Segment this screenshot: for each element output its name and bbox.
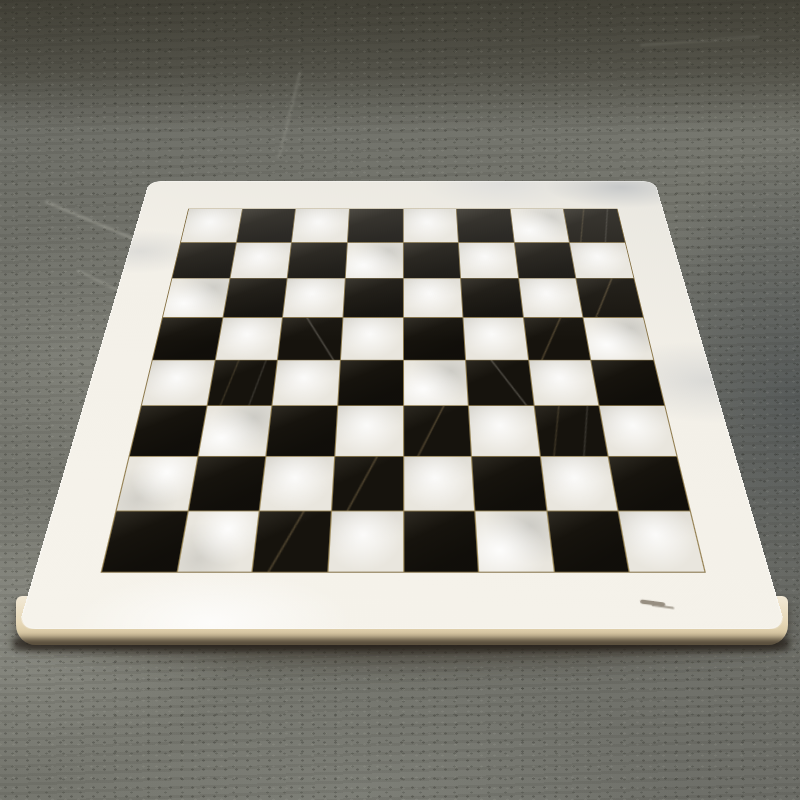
square-g7[interactable]	[515, 243, 576, 278]
square-b6[interactable]	[223, 279, 287, 317]
square-e7[interactable]	[403, 243, 460, 278]
chess-board	[18, 181, 787, 629]
square-a1[interactable]	[102, 512, 187, 572]
square-h1[interactable]	[619, 512, 704, 572]
square-c3[interactable]	[267, 406, 337, 456]
square-b4[interactable]	[207, 360, 277, 405]
square-e3[interactable]	[404, 406, 471, 456]
square-e2[interactable]	[404, 457, 475, 511]
square-g5[interactable]	[524, 318, 591, 360]
square-f1[interactable]	[476, 512, 554, 572]
square-a5[interactable]	[153, 318, 222, 360]
square-d8[interactable]	[348, 209, 403, 242]
square-g1[interactable]	[547, 512, 629, 572]
square-h4[interactable]	[592, 360, 665, 405]
square-c2[interactable]	[260, 457, 334, 511]
square-e8[interactable]	[403, 209, 458, 242]
square-g3[interactable]	[535, 406, 608, 456]
square-h5[interactable]	[584, 318, 653, 360]
square-d7[interactable]	[346, 243, 403, 278]
square-d5[interactable]	[341, 318, 403, 360]
square-a8[interactable]	[181, 209, 242, 242]
square-c7[interactable]	[288, 243, 347, 278]
square-e5[interactable]	[403, 318, 465, 360]
concrete-scratch	[277, 71, 302, 159]
square-e1[interactable]	[404, 512, 478, 572]
square-b5[interactable]	[216, 318, 283, 360]
frame-blemish	[640, 599, 665, 607]
square-a4[interactable]	[142, 360, 215, 405]
square-h2[interactable]	[609, 457, 690, 511]
square-d2[interactable]	[332, 457, 403, 511]
square-a7[interactable]	[172, 243, 235, 278]
square-c6[interactable]	[283, 279, 344, 317]
square-c8[interactable]	[292, 209, 349, 242]
square-b3[interactable]	[198, 406, 271, 456]
square-d3[interactable]	[335, 406, 402, 456]
square-e4[interactable]	[404, 360, 468, 405]
square-e6[interactable]	[403, 279, 462, 317]
square-f7[interactable]	[459, 243, 518, 278]
square-h7[interactable]	[570, 243, 633, 278]
square-f4[interactable]	[466, 360, 533, 405]
scene	[0, 0, 800, 800]
square-b1[interactable]	[177, 512, 258, 572]
square-a6[interactable]	[163, 279, 229, 317]
square-g4[interactable]	[529, 360, 599, 405]
square-g2[interactable]	[541, 457, 618, 511]
square-h8[interactable]	[564, 209, 625, 242]
square-d4[interactable]	[338, 360, 402, 405]
square-c4[interactable]	[273, 360, 340, 405]
square-h3[interactable]	[600, 406, 676, 456]
square-a3[interactable]	[130, 406, 206, 456]
square-b7[interactable]	[230, 243, 291, 278]
square-c5[interactable]	[278, 318, 342, 360]
square-b2[interactable]	[188, 457, 265, 511]
square-h6[interactable]	[577, 279, 643, 317]
square-a2[interactable]	[117, 457, 197, 511]
square-g6[interactable]	[519, 279, 583, 317]
square-c1[interactable]	[253, 512, 331, 572]
square-d1[interactable]	[328, 512, 402, 572]
square-f5[interactable]	[464, 318, 528, 360]
square-f6[interactable]	[461, 279, 523, 317]
playing-area	[101, 209, 706, 573]
board-contact-shadow	[12, 638, 790, 650]
square-f3[interactable]	[469, 406, 539, 456]
square-g8[interactable]	[510, 209, 569, 242]
concrete-scratch	[640, 36, 760, 46]
square-b8[interactable]	[237, 209, 296, 242]
square-d6[interactable]	[343, 279, 402, 317]
square-f2[interactable]	[472, 457, 546, 511]
square-f8[interactable]	[457, 209, 514, 242]
